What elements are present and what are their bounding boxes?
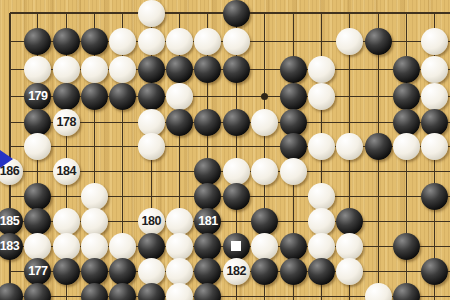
black-stone[interactable] [24,28,51,55]
black-stone[interactable] [138,56,165,83]
black-stone[interactable] [53,28,80,55]
white-stone[interactable] [138,28,165,55]
white-stone[interactable] [336,258,363,285]
white-stone[interactable] [308,208,335,235]
white-stone[interactable] [308,183,335,210]
white-stone[interactable] [166,208,193,235]
move-number-label: 184 [57,165,76,178]
black-stone[interactable] [194,56,221,83]
white-stone[interactable] [336,133,363,160]
black-stone[interactable] [393,83,420,110]
white-stone[interactable] [24,133,51,160]
black-stone[interactable] [194,109,221,136]
white-stone[interactable] [138,109,165,136]
move-number-label: 178 [57,116,76,129]
black-stone[interactable] [336,208,363,235]
white-stone[interactable] [109,28,136,55]
white-stone[interactable] [223,28,250,55]
move-number-label: 182 [227,265,246,278]
move-number-label: 179 [28,90,47,103]
black-stone[interactable]: 179 [24,83,51,110]
black-stone[interactable]: 183 [0,233,23,260]
black-stone[interactable] [421,109,448,136]
white-stone[interactable] [280,158,307,185]
white-stone[interactable] [24,233,51,260]
black-stone[interactable] [81,83,108,110]
white-stone[interactable] [81,183,108,210]
black-stone[interactable] [138,83,165,110]
white-stone[interactable]: 180 [138,208,165,235]
black-stone[interactable] [81,28,108,55]
black-stone[interactable] [280,56,307,83]
black-stone[interactable] [365,28,392,55]
black-stone[interactable] [194,258,221,285]
black-stone[interactable] [365,133,392,160]
black-stone[interactable] [280,233,307,260]
black-stone[interactable] [280,109,307,136]
white-stone[interactable] [166,28,193,55]
black-stone[interactable] [53,83,80,110]
black-stone[interactable] [24,183,51,210]
white-stone[interactable] [308,56,335,83]
black-stone[interactable] [280,133,307,160]
white-stone[interactable] [194,28,221,55]
black-stone[interactable] [251,208,278,235]
white-stone[interactable] [421,83,448,110]
white-stone[interactable] [138,133,165,160]
white-stone[interactable] [308,233,335,260]
white-stone[interactable] [81,208,108,235]
move-number-label: 185 [0,215,19,228]
white-stone[interactable] [393,133,420,160]
white-stone[interactable] [223,158,250,185]
black-stone[interactable] [138,233,165,260]
black-stone[interactable] [223,183,250,210]
black-stone[interactable] [166,109,193,136]
black-stone[interactable]: 177 [24,258,51,285]
black-stone[interactable]: 181 [194,208,221,235]
black-stone[interactable] [166,56,193,83]
white-stone[interactable] [308,133,335,160]
white-stone[interactable] [421,133,448,160]
white-stone[interactable] [53,208,80,235]
black-stone[interactable] [109,258,136,285]
black-stone[interactable] [194,158,221,185]
white-stone[interactable] [336,233,363,260]
white-stone[interactable] [421,56,448,83]
black-stone[interactable] [194,233,221,260]
white-stone[interactable] [166,233,193,260]
white-stone[interactable] [81,56,108,83]
variation-triangle-icon[interactable] [0,150,13,168]
black-stone[interactable] [280,83,307,110]
white-stone[interactable] [421,28,448,55]
star-point [261,93,268,100]
white-stone[interactable] [138,0,165,27]
white-stone[interactable] [251,109,278,136]
white-stone[interactable] [336,28,363,55]
white-stone[interactable] [166,258,193,285]
black-stone[interactable] [24,109,51,136]
black-stone[interactable] [53,258,80,285]
move-number-label: 180 [142,215,161,228]
white-stone[interactable] [24,56,51,83]
black-stone[interactable] [421,183,448,210]
white-stone[interactable]: 182 [223,258,250,285]
white-stone[interactable] [166,83,193,110]
white-stone[interactable] [308,83,335,110]
black-stone[interactable] [109,83,136,110]
move-number-label: 177 [28,265,47,278]
black-stone[interactable] [223,233,250,260]
white-stone[interactable] [251,158,278,185]
black-stone[interactable] [393,233,420,260]
black-stone[interactable] [223,56,250,83]
white-stone[interactable]: 184 [53,158,80,185]
white-stone[interactable] [81,233,108,260]
white-stone[interactable] [138,258,165,285]
black-stone[interactable] [223,109,250,136]
go-board[interactable]: 179178186184185180181183177182 [0,0,450,300]
black-stone[interactable] [393,109,420,136]
black-stone[interactable] [223,0,250,27]
white-stone[interactable] [53,233,80,260]
last-move-square-marker [231,241,241,251]
black-stone[interactable] [393,56,420,83]
black-stone[interactable]: 185 [0,208,23,235]
black-stone[interactable] [280,258,307,285]
black-stone[interactable] [421,258,448,285]
white-stone[interactable]: 178 [53,109,80,136]
white-stone[interactable] [53,56,80,83]
white-stone[interactable] [109,56,136,83]
black-stone[interactable] [251,258,278,285]
black-stone[interactable] [81,258,108,285]
move-number-label: 183 [0,240,19,253]
move-number-label: 181 [198,215,217,228]
black-stone[interactable] [24,208,51,235]
black-stone[interactable] [194,183,221,210]
black-stone[interactable] [308,258,335,285]
white-stone[interactable] [251,233,278,260]
white-stone[interactable] [109,233,136,260]
